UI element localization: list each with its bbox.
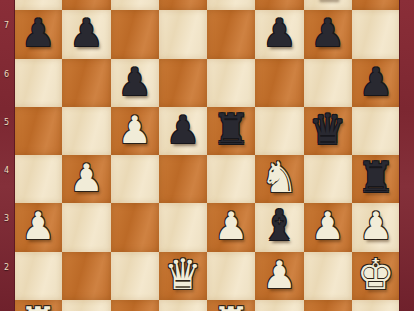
square-a3: ♟ [14,203,62,251]
black-pawn-f7: ♟ [262,14,296,52]
square-c8 [111,0,159,10]
square-g2 [304,252,352,300]
black-bishop-f3: ♝ [261,205,299,247]
square-h6: ♟ [352,59,400,107]
square-h1 [352,300,400,311]
square-c6: ♟ [111,59,159,107]
rank-label-5: 5 [0,117,13,129]
black-pawn-c6: ♟ [118,63,152,101]
white-pawn-a3: ♟ [21,207,55,245]
black-queen-g5: ♛ [309,109,347,151]
square-e6 [207,59,255,107]
square-d2: ♛ [159,252,207,300]
square-b7: ♟ [62,10,110,58]
square-d4 [159,155,207,203]
square-f6 [255,59,303,107]
square-g4 [304,155,352,203]
square-f2: ♟ [255,252,303,300]
square-g1 [304,300,352,311]
square-a4 [14,155,62,203]
square-f8 [255,0,303,10]
square-e4 [207,155,255,203]
square-a6 [14,59,62,107]
white-knight-f4: ♞ [261,157,299,199]
square-b2 [62,252,110,300]
chess-board: ♚♟♟♟♟♟♟♟♟♜♛♟♞♜♟♟♝♟♟♛♟♚♜♜ [14,0,400,311]
chess-diagram: ♚♟♟♟♟♟♟♟♟♜♛♟♞♜♟♟♝♟♟♛♟♚♜♜ 765432 [0,0,414,311]
white-pawn-b4: ♟ [69,159,103,197]
black-king-g8: ♚ [309,0,347,6]
square-d1 [159,300,207,311]
square-a5 [14,107,62,155]
white-pawn-e3: ♟ [214,207,248,245]
square-h3: ♟ [352,203,400,251]
black-rook-e5: ♜ [212,109,250,151]
square-g7: ♟ [304,10,352,58]
square-g8: ♚ [304,0,352,10]
square-d5: ♟ [159,107,207,155]
square-a1: ♜ [14,300,62,311]
square-b3 [62,203,110,251]
square-e8 [207,0,255,10]
square-d6 [159,59,207,107]
black-pawn-g7: ♟ [311,14,345,52]
black-pawn-b7: ♟ [69,14,103,52]
square-g3: ♟ [304,203,352,251]
square-f7: ♟ [255,10,303,58]
square-f3: ♝ [255,203,303,251]
black-pawn-d5: ♟ [166,111,200,149]
square-e7 [207,10,255,58]
white-queen-d2: ♛ [164,254,202,296]
square-h4: ♜ [352,155,400,203]
square-e1: ♜ [207,300,255,311]
square-g5: ♛ [304,107,352,155]
square-c5: ♟ [111,107,159,155]
square-c7 [111,10,159,58]
black-rook-h4: ♜ [357,157,395,199]
square-h8 [352,0,400,10]
white-pawn-c5: ♟ [118,111,152,149]
board-right-border [399,0,414,311]
white-king-h2: ♚ [357,254,395,296]
square-h5 [352,107,400,155]
square-f4: ♞ [255,155,303,203]
rank-label-7: 7 [0,20,13,32]
square-b6 [62,59,110,107]
white-pawn-g3: ♟ [311,207,345,245]
square-c4 [111,155,159,203]
square-b4: ♟ [62,155,110,203]
square-c2 [111,252,159,300]
rank-label-2: 2 [0,262,13,274]
white-pawn-f2: ♟ [262,256,296,294]
square-c1 [111,300,159,311]
white-rook-e1: ♜ [212,302,250,311]
square-a2 [14,252,62,300]
square-d3 [159,203,207,251]
square-a7: ♟ [14,10,62,58]
rank-label-6: 6 [0,69,13,81]
square-e2 [207,252,255,300]
black-pawn-h6: ♟ [359,63,393,101]
square-h2: ♚ [352,252,400,300]
square-h7 [352,10,400,58]
black-pawn-a7: ♟ [21,14,55,52]
square-f1 [255,300,303,311]
white-rook-a1: ♜ [19,302,57,311]
square-f5 [255,107,303,155]
square-d7 [159,10,207,58]
square-c3 [111,203,159,251]
square-e5: ♜ [207,107,255,155]
square-g6 [304,59,352,107]
rank-label-4: 4 [0,165,13,177]
white-pawn-h3: ♟ [359,207,393,245]
rank-label-3: 3 [0,213,13,225]
square-b1 [62,300,110,311]
square-d8 [159,0,207,10]
square-b5 [62,107,110,155]
square-e3: ♟ [207,203,255,251]
square-b8 [62,0,110,10]
square-a8 [14,0,62,10]
